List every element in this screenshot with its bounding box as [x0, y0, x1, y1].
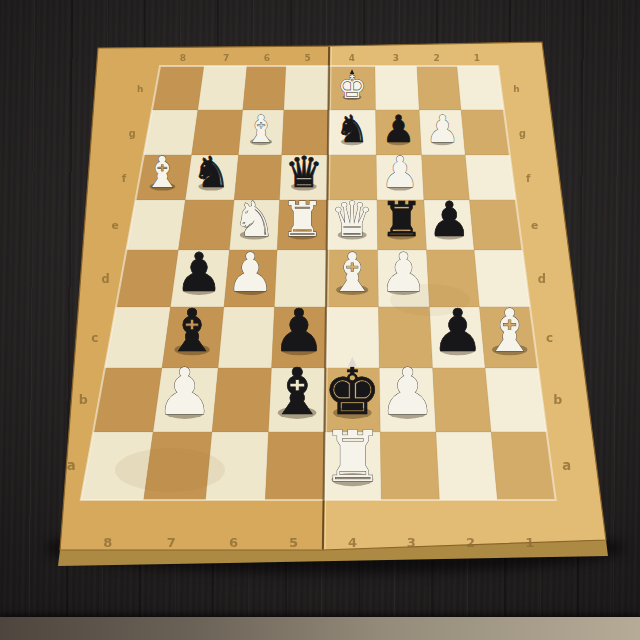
coord-number-bottom: 8	[103, 535, 112, 550]
piece-black-pawn-g3[interactable]: ♟	[382, 107, 416, 151]
square-b6[interactable]	[212, 368, 272, 432]
coord-number-top: 6	[264, 53, 270, 63]
coord-letter-left: g	[129, 128, 136, 139]
coord-letter-right: g	[519, 128, 526, 139]
piece-black-bishop-b5[interactable]: ♝	[268, 354, 326, 429]
coord-number-bottom: 3	[407, 535, 416, 550]
piece-black-pawn-d7[interactable]: ♟	[175, 241, 223, 304]
coord-number-bottom: 6	[229, 535, 238, 550]
square-a5[interactable]	[265, 432, 324, 500]
board-wear-mark	[115, 448, 225, 492]
square-g1[interactable]	[461, 110, 510, 155]
piece-white-pawn-f3[interactable]: ♟	[381, 147, 419, 197]
square-e1[interactable]	[470, 200, 523, 250]
square-b1[interactable]	[485, 368, 546, 432]
piece-white-pawn-d3[interactable]: ♟	[379, 241, 427, 304]
square-h3[interactable]	[375, 66, 419, 110]
coord-number-top: 7	[223, 53, 229, 63]
piece-black-knight-f7[interactable]: ♞	[192, 147, 230, 197]
coord-letter-left: h	[137, 84, 143, 94]
coord-number-bottom: 5	[289, 535, 298, 550]
coord-number-bottom: 2	[466, 535, 475, 550]
piece-white-pawn-d6[interactable]: ♟	[226, 241, 274, 304]
piece-black-knight-g4[interactable]: ♞	[335, 107, 369, 151]
coord-number-top: 4	[349, 53, 355, 63]
coord-number-top: 5	[305, 53, 311, 63]
coord-number-bottom: 1	[525, 535, 534, 550]
piece-white-knight-e6[interactable]: ♞	[233, 191, 276, 247]
square-h6[interactable]	[243, 66, 286, 110]
piece-white-bishop-d4[interactable]: ♝	[328, 241, 376, 304]
square-c6[interactable]	[218, 307, 274, 368]
coord-letter-right: c	[546, 331, 553, 345]
coord-letter-right: b	[553, 392, 562, 407]
piece-white-queen-e4[interactable]: ♛	[331, 191, 374, 247]
coord-letter-right: a	[562, 458, 571, 473]
piece-white-bishop-f8[interactable]: ♝	[143, 147, 181, 197]
piece-black-queen-f5[interactable]: ♛	[285, 147, 323, 197]
coord-number-top: 2	[433, 53, 439, 63]
coord-letter-right: h	[513, 84, 519, 94]
coord-letter-left: a	[67, 458, 76, 473]
square-h5[interactable]	[284, 66, 329, 110]
piece-white-rook-a4[interactable]: ♜	[321, 416, 384, 497]
coord-letter-left: f	[122, 173, 127, 184]
chessboard[interactable]: 8765432187654321hgfedcbahgfedcba♚♝♞♟♟♝♞♛…	[0, 0, 640, 640]
square-a1[interactable]	[491, 432, 555, 500]
piece-black-pawn-e2[interactable]: ♟	[428, 191, 471, 247]
coord-letter-left: e	[112, 219, 119, 232]
coord-number-bottom: 4	[348, 535, 357, 550]
table-surface: 8765432187654321hgfedcbahgfedcba♚♝♞♟♟♝♞♛…	[0, 0, 640, 640]
coord-number-top: 8	[180, 53, 186, 63]
piece-white-pawn-b3[interactable]: ♟	[379, 354, 437, 429]
piece-white-pawn-b7[interactable]: ♟	[156, 354, 214, 429]
coord-letter-left: d	[101, 272, 109, 286]
square-a3[interactable]	[380, 432, 439, 500]
square-h2[interactable]	[417, 66, 461, 110]
piece-white-bishop-c1[interactable]: ♝	[483, 296, 536, 365]
coord-number-top: 1	[474, 53, 480, 63]
square-b2[interactable]	[433, 368, 492, 432]
coord-number-top: 3	[393, 53, 399, 63]
square-h1[interactable]	[457, 66, 504, 110]
piece-black-rook-e3[interactable]: ♜	[380, 191, 423, 247]
piece-white-bishop-g6[interactable]: ♝	[244, 107, 278, 151]
square-h7[interactable]	[198, 66, 247, 110]
piece-white-rook-e5[interactable]: ♜	[281, 191, 324, 247]
square-f1[interactable]	[465, 155, 515, 200]
coord-number-bottom: 7	[167, 535, 176, 550]
coord-letter-right: d	[538, 272, 546, 286]
piece-white-pawn-g2[interactable]: ♟	[426, 107, 460, 151]
coord-letter-left: b	[79, 392, 88, 407]
coord-letter-right: f	[526, 173, 531, 184]
coord-letter-right: e	[531, 219, 538, 232]
piece-black-pawn-c2[interactable]: ♟	[431, 296, 484, 365]
coord-letter-left: c	[91, 331, 98, 345]
square-a2[interactable]	[436, 432, 498, 500]
